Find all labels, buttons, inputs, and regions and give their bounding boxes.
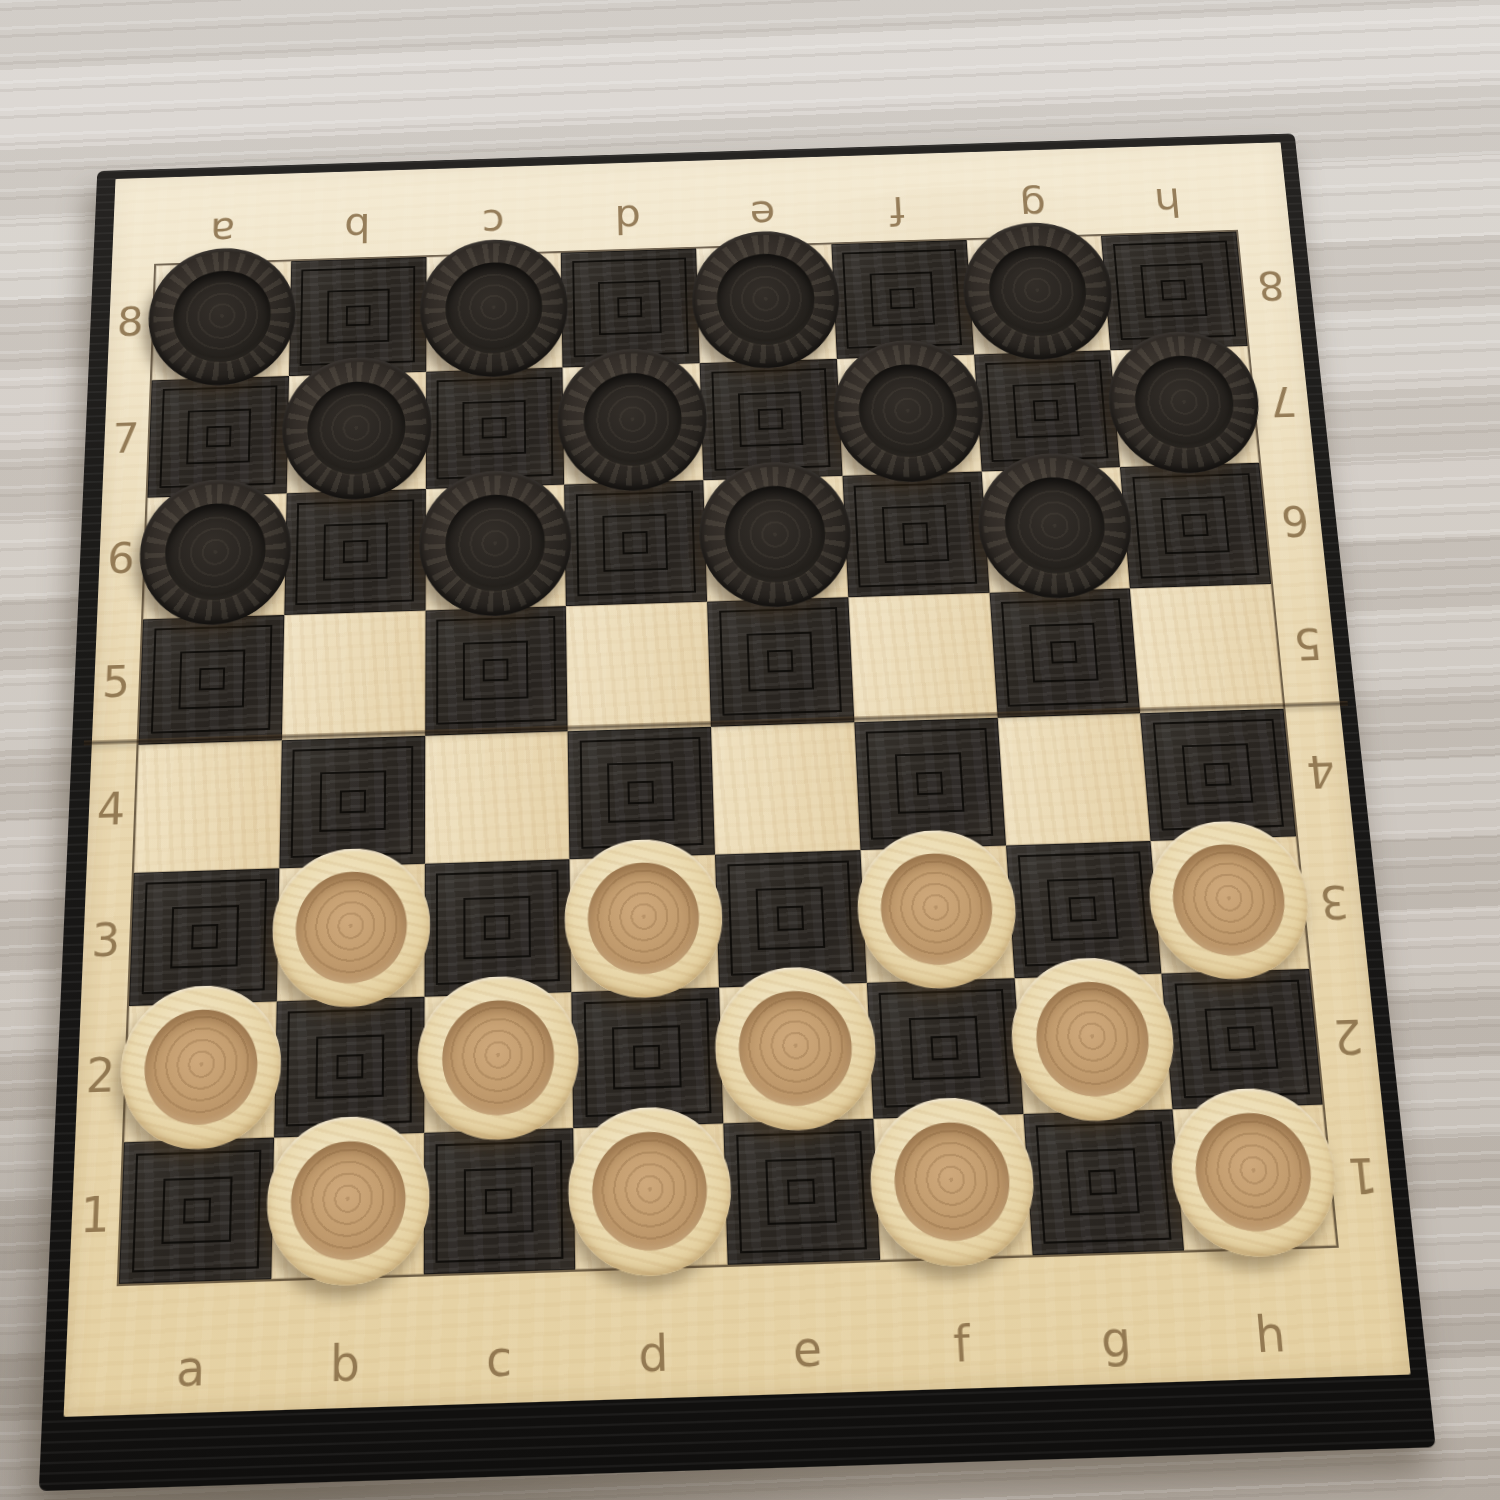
checker-recessed-top [445, 494, 545, 593]
file-label-bottom-g: g [1037, 1307, 1195, 1370]
file-label-top-f: f [829, 187, 967, 236]
engraved-square-motif [339, 789, 365, 813]
rank-label-right-8: 8 [1245, 228, 1298, 344]
dark-checker-d7[interactable] [557, 347, 709, 492]
square-b7[interactable] [286, 371, 425, 493]
square-h6[interactable] [1120, 463, 1271, 588]
square-f7[interactable] [837, 354, 982, 476]
square-b6[interactable] [284, 489, 425, 615]
square-b1[interactable] [271, 1133, 424, 1279]
rank-label-left-8: 8 [107, 264, 153, 380]
engraved-square-motif [767, 650, 793, 673]
photo-scene: { "game": "checkers (draughts), 8x8 wood… [0, 0, 1500, 1500]
engraved-square-motif [336, 1054, 363, 1079]
square-g5[interactable] [989, 588, 1140, 717]
square-d6[interactable] [564, 480, 707, 606]
checker-recessed-top [442, 998, 555, 1116]
square-f6[interactable] [842, 472, 989, 597]
square-e1[interactable] [723, 1119, 880, 1265]
engraved-square-motif [1227, 1026, 1256, 1051]
square-c2[interactable] [424, 992, 574, 1133]
dark-checker-a8[interactable] [146, 246, 297, 388]
square-d5[interactable] [566, 602, 711, 731]
rank-label-left-7: 7 [102, 379, 149, 499]
checker-recessed-top [1192, 1112, 1317, 1233]
file-label-top-b: b [290, 203, 425, 252]
square-b3[interactable] [277, 864, 425, 1001]
square-f5[interactable] [848, 593, 997, 722]
file-label-bottom-f: f [883, 1312, 1041, 1375]
rank-label-right-6: 6 [1268, 460, 1323, 583]
checker-recessed-top [172, 270, 271, 363]
rank-label-left-1: 1 [69, 1144, 121, 1287]
engraved-square-motif [482, 417, 507, 439]
checker-recessed-top [290, 1140, 405, 1262]
square-d7[interactable] [563, 363, 704, 485]
engraved-square-motif [1069, 897, 1097, 922]
checker-recessed-top [716, 253, 816, 346]
checker-recessed-top [724, 485, 828, 584]
checker-recessed-top [164, 502, 266, 601]
engraved-square-motif [902, 523, 928, 546]
checker-recessed-top [986, 244, 1090, 337]
light-checker-a2[interactable] [118, 983, 283, 1152]
engraved-square-motif [1033, 399, 1059, 421]
checker-recessed-top [143, 1008, 259, 1126]
checkers-board: abcdefgh abcdefgh 87654321 87654321 [39, 133, 1436, 1491]
square-a4[interactable] [134, 740, 282, 873]
dark-checker-e6[interactable] [697, 460, 854, 610]
checker-recessed-top [737, 989, 854, 1107]
file-label-bottom-e: e [729, 1317, 886, 1380]
rank-label-left-5: 5 [92, 619, 140, 746]
file-label-bottom-h: h [1191, 1302, 1350, 1365]
square-h1[interactable] [1173, 1105, 1337, 1250]
dark-checker-c6[interactable] [419, 469, 571, 619]
engraved-square-motif [191, 924, 218, 949]
dark-checker-e8[interactable] [690, 229, 842, 370]
checker-recessed-top [1032, 980, 1153, 1098]
checker-recessed-top [1002, 476, 1109, 575]
square-b5[interactable] [282, 610, 425, 739]
engraved-square-motif [206, 425, 231, 447]
dark-checker-c8[interactable] [420, 237, 568, 378]
file-label-bottom-c: c [422, 1326, 577, 1389]
checker-recessed-top [295, 870, 407, 985]
engraved-square-motif [485, 1188, 512, 1214]
dark-checker-g8[interactable] [960, 220, 1117, 361]
file-label-bottom-a: a [113, 1336, 269, 1399]
square-c8[interactable] [426, 253, 563, 372]
engraved-square-motif [484, 915, 510, 940]
checker-recessed-top [592, 1131, 709, 1253]
engraved-square-motif [777, 906, 804, 931]
engraved-square-motif [930, 1035, 958, 1060]
light-checker-e2[interactable] [713, 964, 880, 1132]
rank-label-right-1: 1 [1332, 1105, 1393, 1248]
file-label-top-h: h [1098, 178, 1237, 227]
square-f1[interactable] [873, 1114, 1032, 1260]
dark-checker-h7[interactable] [1104, 330, 1266, 475]
checker-recessed-top [1169, 843, 1290, 957]
light-checker-h1[interactable] [1165, 1086, 1343, 1259]
light-checker-b1[interactable] [265, 1114, 430, 1288]
engraved-square-motif [1161, 280, 1187, 301]
dark-checker-g6[interactable] [975, 451, 1137, 600]
square-h3[interactable] [1151, 837, 1309, 974]
board-grid [117, 230, 1339, 1286]
engraved-square-motif [199, 667, 225, 690]
engraved-square-motif [1182, 514, 1209, 537]
engraved-square-motif [1204, 762, 1232, 786]
light-checker-f3[interactable] [854, 828, 1021, 991]
rank-label-left-4: 4 [86, 744, 135, 875]
engraved-square-motif [1088, 1169, 1117, 1195]
rank-label-right-5: 5 [1280, 582, 1336, 708]
checker-recessed-top [1131, 354, 1238, 450]
engraved-square-motif [343, 540, 368, 563]
square-d1[interactable] [573, 1124, 727, 1270]
square-a6[interactable] [143, 494, 286, 620]
square-a8[interactable] [152, 261, 291, 380]
square-c5[interactable] [425, 606, 568, 735]
square-h5[interactable] [1130, 584, 1283, 713]
square-g6[interactable] [981, 467, 1130, 592]
checker-recessed-top [582, 371, 682, 467]
light-checker-c2[interactable] [418, 974, 580, 1143]
engraved-square-motif [183, 1197, 211, 1223]
square-a5[interactable] [139, 615, 285, 744]
square-f3[interactable] [860, 846, 1014, 983]
square-e8[interactable] [696, 244, 837, 363]
engraved-square-motif [483, 659, 509, 682]
checker-recessed-top [307, 380, 406, 476]
square-g4[interactable] [997, 713, 1151, 846]
engraved-square-motif [617, 297, 642, 318]
square-e6[interactable] [703, 476, 848, 601]
dark-checker-f7[interactable] [830, 338, 987, 483]
checker-recessed-top [892, 1121, 1013, 1243]
square-a2[interactable] [124, 1001, 277, 1143]
engraved-square-motif [916, 771, 943, 795]
checker-recessed-top [445, 261, 542, 354]
square-e4[interactable] [711, 722, 860, 855]
square-c1[interactable] [423, 1129, 575, 1275]
engraved-square-motif [1051, 641, 1078, 664]
dark-checker-b7[interactable] [281, 356, 431, 502]
square-g1[interactable] [1023, 1110, 1184, 1256]
rank-label-left-3: 3 [81, 874, 131, 1009]
square-a1[interactable] [119, 1138, 274, 1284]
square-h7[interactable] [1111, 346, 1260, 468]
checker-recessed-top [878, 852, 995, 966]
file-label-top-d: d [560, 195, 696, 244]
rank-label-left-2: 2 [75, 1007, 126, 1146]
checker-recessed-top [857, 363, 961, 459]
square-e2[interactable] [719, 983, 873, 1124]
rank-label-right-4: 4 [1292, 707, 1349, 837]
engraved-square-motif [346, 305, 371, 326]
light-checker-f1[interactable] [866, 1096, 1039, 1270]
engraved-square-motif [622, 531, 648, 554]
square-e5[interactable] [707, 597, 854, 726]
light-checker-b3[interactable] [270, 846, 430, 1010]
board-surface: abcdefgh abcdefgh 87654321 87654321 [64, 142, 1411, 1417]
rank-label-right-3: 3 [1305, 835, 1363, 969]
file-label-bottom-b: b [267, 1331, 422, 1394]
light-checker-g2[interactable] [1007, 955, 1179, 1123]
engraved-square-motif [889, 288, 915, 309]
dark-checker-a6[interactable] [137, 477, 292, 627]
light-checker-h3[interactable] [1144, 819, 1316, 982]
engraved-square-motif [758, 408, 784, 430]
square-c4[interactable] [424, 731, 569, 864]
rank-label-right-7: 7 [1256, 343, 1310, 462]
file-label-bottom-d: d [576, 1321, 732, 1384]
square-c6[interactable] [425, 485, 566, 611]
light-checker-d1[interactable] [567, 1105, 734, 1279]
engraved-square-motif [633, 1045, 660, 1070]
rank-label-left-6: 6 [97, 497, 145, 620]
square-g2[interactable] [1014, 973, 1173, 1114]
square-d3[interactable] [570, 855, 719, 992]
light-checker-d3[interactable] [564, 837, 726, 1000]
engraved-square-motif [628, 780, 654, 804]
engraved-square-motif [787, 1178, 815, 1204]
square-g8[interactable] [966, 236, 1110, 354]
checker-recessed-top [587, 861, 700, 975]
rank-label-right-2: 2 [1318, 968, 1378, 1106]
